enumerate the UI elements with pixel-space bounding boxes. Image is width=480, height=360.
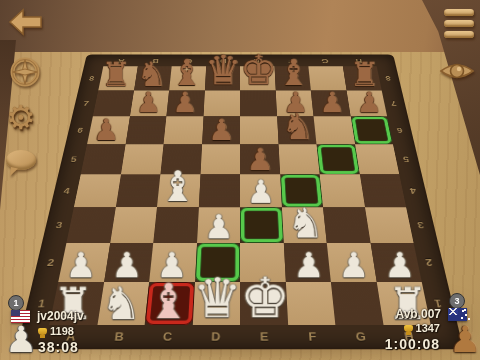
square-f6[interactable]: ♞ xyxy=(277,116,317,144)
white-bishop-c1[interactable]: ♝ xyxy=(145,278,193,326)
black-pawn-e5[interactable]: ♟ xyxy=(240,144,280,175)
black-player-name: Avb 007 xyxy=(395,307,441,321)
near-file-label-g-label: G xyxy=(355,329,367,343)
left-rank-label-6-label: 6 xyxy=(76,126,83,134)
near-file-label-b: B xyxy=(93,325,144,347)
square-h7[interactable]: ♟ xyxy=(346,90,387,116)
square-e8[interactable]: ♚ xyxy=(240,66,275,90)
eye-icon xyxy=(438,58,476,84)
right-rank-label-4-label: 4 xyxy=(409,186,417,196)
square-e7[interactable] xyxy=(240,90,277,116)
square-f3[interactable]: ♞ xyxy=(282,207,327,243)
left-rank-label-1-label: 1 xyxy=(37,297,47,310)
square-g2[interactable]: ♟ xyxy=(327,243,377,282)
white-pawn-icon: ♟ xyxy=(5,322,37,358)
trophy-icon xyxy=(404,325,413,332)
white-player-name: jv2004jv xyxy=(37,309,84,323)
square-g5[interactable] xyxy=(316,144,359,174)
square-a4[interactable] xyxy=(74,174,121,207)
square-a6[interactable]: ♟ xyxy=(87,116,130,144)
square-d3[interactable]: ♟ xyxy=(197,207,240,243)
black-rook-a8[interactable]: ♜ xyxy=(98,58,133,91)
near-file-label-d: D xyxy=(191,325,240,347)
near-file-label-f: F xyxy=(288,325,338,347)
black-king-e8[interactable]: ♚ xyxy=(240,49,275,91)
square-c7[interactable]: ♟ xyxy=(166,90,204,116)
far-file-label-g-label: G xyxy=(321,57,329,64)
right-rank-label-3-label: 3 xyxy=(417,219,426,230)
white-queen-d1[interactable]: ♛ xyxy=(192,271,240,326)
back-arrow-icon xyxy=(10,10,41,34)
right-rank-label-6-label: 6 xyxy=(396,126,403,134)
square-h2[interactable]: ♟ xyxy=(370,243,422,282)
square-e3[interactable] xyxy=(240,207,283,243)
white-player-badge: 1 xyxy=(8,295,24,311)
black-pawn-b7[interactable]: ♟ xyxy=(130,89,167,117)
white-rating-value: 1198 xyxy=(50,325,74,337)
white-pawn-f2[interactable]: ♟ xyxy=(285,248,330,283)
square-b4[interactable] xyxy=(115,174,160,207)
menu-bar xyxy=(444,9,474,16)
square-f1[interactable] xyxy=(285,282,335,325)
square-e6[interactable] xyxy=(240,116,278,144)
square-g3[interactable] xyxy=(323,207,370,243)
white-king-e1[interactable]: ♚ xyxy=(240,270,288,326)
right-rank-label-2-label: 2 xyxy=(425,256,434,268)
square-e5[interactable]: ♟ xyxy=(240,144,280,174)
square-d5[interactable] xyxy=(200,144,240,174)
menu-bar xyxy=(444,31,474,38)
far-file-label-g: G xyxy=(307,55,342,66)
square-b7[interactable]: ♟ xyxy=(130,90,169,116)
black-pawn-d6[interactable]: ♟ xyxy=(202,115,240,144)
square-e1[interactable]: ♚ xyxy=(240,282,288,325)
near-file-label-f-label: F xyxy=(308,329,317,343)
near-file-label-d-label: D xyxy=(211,329,221,343)
black-rating-value: 1347 xyxy=(416,322,440,334)
white-player-clock: 38:08 xyxy=(38,339,79,355)
menu-bar xyxy=(444,20,474,27)
black-pawn-a6[interactable]: ♟ xyxy=(87,115,125,144)
right-rank-label-7-label: 7 xyxy=(390,99,397,107)
white-player-rating: 1198 xyxy=(38,325,74,337)
black-player-badge: 3 xyxy=(449,293,465,309)
menu-button[interactable] xyxy=(444,9,474,42)
left-rank-label-7-label: 7 xyxy=(83,99,90,107)
square-c4[interactable]: ♝ xyxy=(157,174,200,207)
left-rank-label-8-label: 8 xyxy=(88,75,95,82)
black-pawn-h7[interactable]: ♟ xyxy=(350,89,387,117)
square-c6[interactable] xyxy=(164,116,204,144)
black-knight-f6[interactable]: ♞ xyxy=(278,108,316,144)
square-h5[interactable] xyxy=(355,144,400,174)
view-toggle-button[interactable] xyxy=(438,58,476,84)
trophy-icon xyxy=(38,328,47,335)
near-file-label-g: G xyxy=(335,325,386,347)
square-b1[interactable]: ♞ xyxy=(97,282,149,325)
black-player-clock: 1:00:08 xyxy=(385,336,440,352)
square-h6[interactable] xyxy=(350,116,393,144)
black-player-rating: 1347 xyxy=(404,322,440,334)
white-bishop-c4[interactable]: ♝ xyxy=(157,166,199,208)
near-file-label-e: E xyxy=(240,325,289,347)
black-pawn-g7[interactable]: ♟ xyxy=(314,89,351,117)
square-f5[interactable] xyxy=(278,144,319,174)
black-pawn-c7[interactable]: ♟ xyxy=(166,89,203,117)
left-rank-label-5-label: 5 xyxy=(70,154,78,163)
right-rank-label-5-label: 5 xyxy=(402,154,410,163)
square-g1[interactable] xyxy=(331,282,383,325)
square-f2[interactable]: ♟ xyxy=(283,243,330,282)
white-knight-b1[interactable]: ♞ xyxy=(97,281,145,326)
square-a8[interactable]: ♜ xyxy=(98,66,137,90)
white-pawn-g2[interactable]: ♟ xyxy=(331,248,376,283)
square-h4[interactable] xyxy=(359,174,406,207)
near-file-label-b-label: B xyxy=(114,329,125,343)
left-rank-label-3-label: 3 xyxy=(55,219,64,230)
right-rank-label-8-label: 8 xyxy=(385,75,392,82)
ship-wheel-icon xyxy=(10,57,40,87)
square-e4[interactable]: ♟ xyxy=(240,174,282,207)
left-rank-label-4-label: 4 xyxy=(63,186,71,196)
back-button[interactable] xyxy=(8,8,44,36)
white-pawn-e4[interactable]: ♟ xyxy=(240,176,282,208)
square-g6[interactable] xyxy=(314,116,355,144)
square-a3[interactable] xyxy=(66,207,115,243)
white-pawn-d3[interactable]: ♟ xyxy=(197,210,240,243)
square-d1[interactable]: ♛ xyxy=(192,282,240,325)
square-d8[interactable]: ♛ xyxy=(205,66,240,90)
square-c3[interactable] xyxy=(153,207,198,243)
square-d4[interactable] xyxy=(198,174,240,207)
game-mode-button[interactable] xyxy=(10,57,40,87)
square-d6[interactable]: ♟ xyxy=(202,116,240,144)
left-rank-label-2-label: 2 xyxy=(46,256,55,268)
game-scene: ABCDEFGH8♜♞♝♛♚♝♜87♟♟♟♟♟76♟♟♞65♟54♝♟43♟♞3… xyxy=(0,0,480,360)
chat-bubble-icon[interactable] xyxy=(6,150,36,170)
white-knight-f3[interactable]: ♞ xyxy=(283,202,326,243)
square-c1[interactable]: ♝ xyxy=(145,282,195,325)
settings-gear-icon[interactable]: ⚙ xyxy=(6,101,36,134)
near-file-label-e-label: E xyxy=(260,329,269,343)
square-h3[interactable] xyxy=(365,207,414,243)
black-queen-d8[interactable]: ♛ xyxy=(205,50,240,91)
chess-board[interactable]: ABCDEFGH8♜♞♝♛♚♝♜87♟♟♟♟♟76♟♟♞65♟54♝♟43♟♞3… xyxy=(19,55,461,347)
square-b3[interactable] xyxy=(110,207,157,243)
square-b6[interactable] xyxy=(125,116,166,144)
square-a5[interactable] xyxy=(81,144,126,174)
near-file-label-c: C xyxy=(142,325,192,347)
black-pawn-icon: ♟ xyxy=(449,322,480,358)
near-file-label-c-label: C xyxy=(162,329,172,343)
